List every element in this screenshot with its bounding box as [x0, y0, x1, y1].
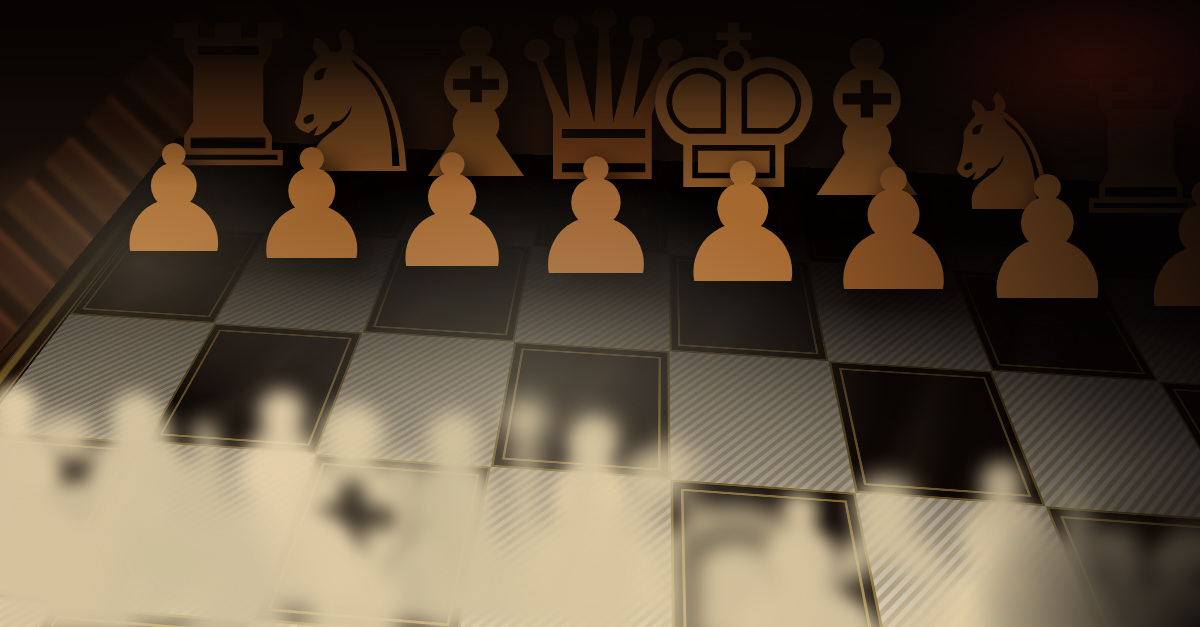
white-rook-h1[interactable]: ♜	[955, 450, 1200, 627]
black-pawn-icon: ♟	[1128, 162, 1200, 334]
white-rook-icon: ♜	[1029, 487, 1200, 627]
chess-photo-scene: ♜♞♝♛♚♝♞♜♟♟♟♟♟♟♟♟ ♟♟♟♟♟♟♟♜♝♞♟♛♚♝♞♜	[0, 0, 1200, 627]
black-pawn-h7[interactable]: ♟	[1093, 144, 1200, 330]
